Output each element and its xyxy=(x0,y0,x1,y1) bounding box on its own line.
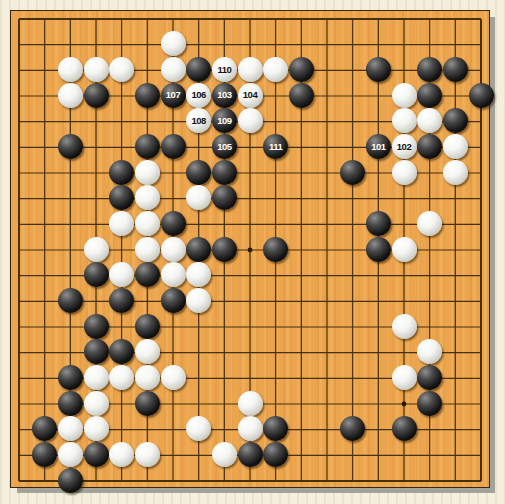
move-number: 106 xyxy=(186,83,211,108)
stone-white: 104 xyxy=(238,83,263,108)
stone-black xyxy=(109,160,134,185)
stone-black xyxy=(443,108,468,133)
stone-black: 101 xyxy=(366,134,391,159)
stone-black xyxy=(340,160,365,185)
stone-white xyxy=(58,416,83,441)
stone-white xyxy=(135,185,160,210)
stone-white xyxy=(161,31,186,56)
stone-black xyxy=(58,365,83,390)
stone-black xyxy=(58,288,83,313)
stone-black xyxy=(289,57,314,82)
stone-black xyxy=(417,83,442,108)
stone-white xyxy=(392,237,417,262)
stone-black xyxy=(161,288,186,313)
star-point xyxy=(402,402,407,407)
move-number: 108 xyxy=(186,108,211,133)
stone-white xyxy=(238,391,263,416)
stone-black xyxy=(84,83,109,108)
stone-black xyxy=(186,160,211,185)
move-number: 104 xyxy=(238,83,263,108)
stone-black xyxy=(109,288,134,313)
stone-white xyxy=(135,237,160,262)
stone-white xyxy=(135,365,160,390)
stone-black xyxy=(135,262,160,287)
stone-black xyxy=(212,237,237,262)
stone-black xyxy=(366,57,391,82)
go-diagram-window: 110107106103104108109105111101102 xyxy=(0,0,505,504)
move-number: 107 xyxy=(161,83,186,108)
stone-white xyxy=(84,416,109,441)
stone-white xyxy=(161,57,186,82)
stone-black xyxy=(469,83,494,108)
stone-black: 105 xyxy=(212,134,237,159)
stone-white xyxy=(109,57,134,82)
stone-white xyxy=(58,57,83,82)
stone-black: 109 xyxy=(212,108,237,133)
stone-black xyxy=(135,391,160,416)
stone-black xyxy=(135,314,160,339)
stone-white xyxy=(392,108,417,133)
stone-white xyxy=(443,160,468,185)
stone-black xyxy=(417,134,442,159)
stone-white xyxy=(417,211,442,236)
stone-black: 103 xyxy=(212,83,237,108)
stone-white xyxy=(443,134,468,159)
stone-white xyxy=(161,262,186,287)
stone-black xyxy=(135,134,160,159)
stone-black xyxy=(289,83,314,108)
stone-white xyxy=(161,365,186,390)
stone-white xyxy=(238,57,263,82)
stone-black xyxy=(135,83,160,108)
stone-black xyxy=(161,211,186,236)
stone-white xyxy=(238,108,263,133)
stone-black xyxy=(212,185,237,210)
stone-white xyxy=(392,160,417,185)
move-number: 111 xyxy=(263,134,288,159)
stone-white: 102 xyxy=(392,134,417,159)
stone-black xyxy=(186,237,211,262)
stone-black xyxy=(186,57,211,82)
stone-white xyxy=(212,442,237,467)
stone-black xyxy=(238,442,263,467)
move-number: 110 xyxy=(212,57,237,82)
stone-black xyxy=(263,237,288,262)
stone-black xyxy=(84,314,109,339)
stone-white xyxy=(161,237,186,262)
stone-white xyxy=(186,288,211,313)
stone-black xyxy=(443,57,468,82)
move-number: 101 xyxy=(366,134,391,159)
stone-black: 107 xyxy=(161,83,186,108)
stone-white xyxy=(135,160,160,185)
stone-white xyxy=(84,365,109,390)
stone-white xyxy=(84,237,109,262)
stone-white xyxy=(238,416,263,441)
stone-black xyxy=(32,442,57,467)
move-number: 102 xyxy=(392,134,417,159)
stone-white xyxy=(135,442,160,467)
stone-white xyxy=(84,391,109,416)
stone-black: 111 xyxy=(263,134,288,159)
stone-white xyxy=(84,57,109,82)
stone-black xyxy=(84,339,109,364)
stone-black xyxy=(417,365,442,390)
move-number: 109 xyxy=(212,108,237,133)
go-board[interactable]: 110107106103104108109105111101102 xyxy=(10,10,490,488)
stone-white xyxy=(135,211,160,236)
stone-black xyxy=(58,468,83,493)
stone-white xyxy=(109,442,134,467)
stone-black xyxy=(392,416,417,441)
move-number: 105 xyxy=(212,134,237,159)
move-number: 103 xyxy=(212,83,237,108)
stone-white xyxy=(392,365,417,390)
stone-white: 106 xyxy=(186,83,211,108)
stone-white xyxy=(135,339,160,364)
stone-black xyxy=(212,160,237,185)
stone-black xyxy=(417,391,442,416)
stone-black xyxy=(58,134,83,159)
stone-white xyxy=(392,314,417,339)
stone-black xyxy=(366,237,391,262)
stone-black xyxy=(58,391,83,416)
stone-black xyxy=(161,134,186,159)
stone-white: 108 xyxy=(186,108,211,133)
stone-black xyxy=(366,211,391,236)
stone-white xyxy=(263,57,288,82)
star-point xyxy=(248,248,253,253)
stone-white xyxy=(58,442,83,467)
stone-white xyxy=(392,83,417,108)
stone-black xyxy=(417,57,442,82)
stone-white xyxy=(109,365,134,390)
stone-white: 110 xyxy=(212,57,237,82)
stone-black xyxy=(84,442,109,467)
stone-white xyxy=(109,211,134,236)
stone-black xyxy=(263,442,288,467)
stone-black xyxy=(84,262,109,287)
stone-white xyxy=(58,83,83,108)
